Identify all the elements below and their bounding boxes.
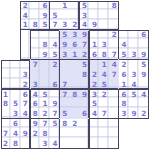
overlap-shaded-box — [59, 30, 89, 60]
overlap-shaded-box — [30, 59, 60, 89]
overlap-shaded-box — [59, 59, 89, 89]
sudoku-board: 2615849531857324953926849671349531268753… — [0, 0, 150, 150]
overlap-shaded-box — [59, 89, 89, 119]
grid-center — [30, 30, 119, 119]
overlap-shaded-box — [89, 59, 119, 89]
